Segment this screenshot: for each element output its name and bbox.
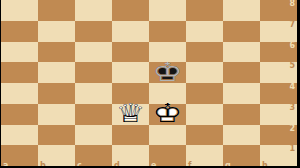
- square-g3[interactable]: [223, 104, 260, 125]
- square-h5[interactable]: 5: [260, 62, 297, 83]
- rank-label-2: 2: [289, 125, 295, 133]
- square-a7[interactable]: [1, 21, 38, 42]
- square-f7[interactable]: [186, 21, 223, 42]
- square-e7[interactable]: [149, 21, 186, 42]
- square-a1[interactable]: a: [1, 145, 38, 166]
- rank-label-5: 5: [289, 62, 295, 70]
- square-g1[interactable]: g: [223, 145, 260, 166]
- rank-label-7: 7: [289, 21, 295, 29]
- rank-label-3: 3: [289, 104, 295, 112]
- square-h4[interactable]: 4: [260, 83, 297, 104]
- square-e8[interactable]: [149, 0, 186, 21]
- square-c1[interactable]: c: [75, 145, 112, 166]
- file-label-b: b: [40, 162, 46, 166]
- square-d8[interactable]: [112, 0, 149, 21]
- square-a8[interactable]: [1, 0, 38, 21]
- square-b7[interactable]: [38, 21, 75, 42]
- square-g5[interactable]: [223, 62, 260, 83]
- square-a6[interactable]: [1, 42, 38, 63]
- square-c2[interactable]: [75, 125, 112, 146]
- square-c7[interactable]: [75, 21, 112, 42]
- rank-label-1: 1: [289, 145, 295, 153]
- square-b6[interactable]: [38, 42, 75, 63]
- square-b4[interactable]: [38, 83, 75, 104]
- square-c8[interactable]: [75, 0, 112, 21]
- square-h3[interactable]: 3: [260, 104, 297, 125]
- square-h7[interactable]: 7: [260, 21, 297, 42]
- file-label-e: e: [151, 162, 156, 166]
- square-d7[interactable]: [112, 21, 149, 42]
- square-a2[interactable]: [1, 125, 38, 146]
- square-b3[interactable]: [38, 104, 75, 125]
- square-g2[interactable]: [223, 125, 260, 146]
- square-h6[interactable]: 6: [260, 42, 297, 63]
- piece-white-king-e3[interactable]: ♚♔: [149, 104, 186, 125]
- file-label-g: g: [225, 162, 231, 166]
- square-h8[interactable]: 8: [260, 0, 297, 21]
- square-g6[interactable]: [223, 42, 260, 63]
- square-c6[interactable]: [75, 42, 112, 63]
- square-a4[interactable]: [1, 83, 38, 104]
- square-b2[interactable]: [38, 125, 75, 146]
- square-a5[interactable]: [1, 62, 38, 83]
- piece-black-king-e5[interactable]: ♚♔: [149, 62, 186, 83]
- rank-label-4: 4: [289, 83, 295, 91]
- square-b1[interactable]: b: [38, 145, 75, 166]
- square-e1[interactable]: e: [149, 145, 186, 166]
- square-b8[interactable]: [38, 0, 75, 21]
- screenshot-background: 876♚♔54♛♕♚♔32abcdefg1h: [0, 0, 300, 168]
- square-e3[interactable]: ♚♔: [149, 104, 186, 125]
- square-f8[interactable]: [186, 0, 223, 21]
- square-b5[interactable]: [38, 62, 75, 83]
- file-label-h: h: [262, 162, 268, 166]
- square-c5[interactable]: [75, 62, 112, 83]
- rank-label-6: 6: [289, 42, 295, 50]
- file-label-d: d: [114, 162, 120, 166]
- file-label-c: c: [77, 162, 82, 166]
- square-f2[interactable]: [186, 125, 223, 146]
- file-label-a: a: [3, 162, 8, 166]
- square-h2[interactable]: 2: [260, 125, 297, 146]
- chess-board[interactable]: 876♚♔54♛♕♚♔32abcdefg1h: [1, 0, 297, 166]
- square-h1[interactable]: 1h: [260, 145, 297, 166]
- square-f1[interactable]: f: [186, 145, 223, 166]
- square-a3[interactable]: [1, 104, 38, 125]
- file-label-f: f: [188, 162, 191, 166]
- square-d1[interactable]: d: [112, 145, 149, 166]
- rank-label-8: 8: [289, 0, 295, 8]
- square-g8[interactable]: [223, 0, 260, 21]
- square-e5[interactable]: ♚♔: [149, 62, 186, 83]
- square-g4[interactable]: [223, 83, 260, 104]
- square-g7[interactable]: [223, 21, 260, 42]
